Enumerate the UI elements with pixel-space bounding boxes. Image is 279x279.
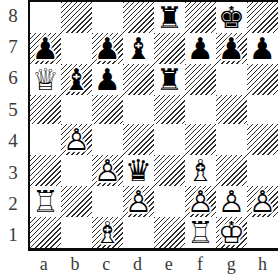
square-f7: ♟ (185, 33, 216, 64)
square-f5 (185, 95, 216, 124)
white-rook-f1: ♜♖ (185, 217, 216, 248)
square-e7 (154, 33, 185, 64)
chess-board: ♜♚♟♟♝♟♟♟♛♕♝♟♜♟♙♟♙♛♝♗♜♖♟♙♟♙♟♙♟♙♝♗♜♖♚♔ (28, 0, 278, 251)
square-f1: ♜♖ (185, 217, 216, 248)
square-d3: ♛ (123, 155, 154, 186)
square-f8 (185, 2, 216, 33)
square-b5 (61, 95, 92, 124)
black-pawn-h7: ♟ (247, 33, 278, 64)
square-g2: ♟♙ (216, 186, 247, 217)
square-e2 (154, 186, 185, 217)
white-pawn-f2: ♟♙ (185, 186, 216, 217)
piece-outline: ♔ (218, 217, 245, 248)
square-c5 (92, 95, 123, 124)
file-label-h: h (247, 251, 278, 278)
file-label-g: g (216, 251, 247, 278)
rank-label-8: 8 (0, 0, 26, 31)
square-b6: ♝ (61, 64, 92, 95)
black-bishop-b6: ♝ (61, 64, 92, 95)
square-d4 (123, 124, 154, 155)
square-b2 (61, 186, 92, 217)
piece-outline: ♕ (32, 64, 59, 95)
file-label-f: f (184, 251, 215, 278)
black-pawn-a7: ♟ (30, 33, 61, 64)
chess-diagram: 87654321 ♜♚♟♟♝♟♟♟♛♕♝♟♜♟♙♟♙♛♝♗♜♖♟♙♟♙♟♙♟♙♝… (0, 0, 279, 279)
square-h1 (247, 217, 278, 248)
square-e3 (154, 155, 185, 186)
square-d7: ♝ (123, 33, 154, 64)
square-h8 (247, 2, 278, 33)
square-a3 (30, 155, 61, 186)
piece-outline: ♙ (187, 186, 214, 217)
square-g1: ♚♔ (216, 217, 247, 248)
square-f6 (185, 64, 216, 95)
rank-label-5: 5 (0, 94, 26, 125)
square-c8 (92, 2, 123, 33)
file-label-c: c (91, 251, 122, 278)
black-pawn-c6: ♟ (92, 64, 123, 95)
white-queen-a6: ♛♕ (30, 64, 61, 95)
square-g3 (216, 155, 247, 186)
square-f2: ♟♙ (185, 186, 216, 217)
square-c4 (92, 124, 123, 155)
square-a7: ♟ (30, 33, 61, 64)
square-a6: ♛♕ (30, 64, 61, 95)
square-g5 (216, 95, 247, 124)
square-a8 (30, 2, 61, 33)
rank-label-3: 3 (0, 157, 26, 188)
black-queen-d3: ♛ (123, 155, 154, 186)
square-a5 (30, 95, 61, 124)
piece-outline: ♖ (32, 186, 59, 217)
white-bishop-c1: ♝♗ (92, 217, 123, 248)
rank-label-6: 6 (0, 63, 26, 94)
square-g6 (216, 64, 247, 95)
file-label-b: b (59, 251, 90, 278)
square-b4: ♟♙ (61, 124, 92, 155)
rank-label-7: 7 (0, 31, 26, 62)
square-c3: ♟♙ (92, 155, 123, 186)
black-rook-e8: ♜ (154, 2, 185, 33)
square-h6 (247, 64, 278, 95)
file-label-e: e (153, 251, 184, 278)
black-bishop-d7: ♝ (123, 33, 154, 64)
black-rook-e6: ♜ (154, 64, 185, 95)
white-pawn-g2: ♟♙ (216, 186, 247, 217)
square-e5 (154, 95, 185, 124)
file-label-a: a (28, 251, 59, 278)
file-labels: abcdefgh (28, 251, 278, 278)
square-d2: ♟♙ (123, 186, 154, 217)
white-pawn-b4: ♟♙ (61, 124, 92, 155)
square-d8 (123, 2, 154, 33)
piece-outline: ♙ (249, 186, 276, 217)
square-a2: ♜♖ (30, 186, 61, 217)
piece-outline: ♖ (187, 217, 214, 248)
square-e6: ♜ (154, 64, 185, 95)
square-h7: ♟ (247, 33, 278, 64)
square-f3: ♝♗ (185, 155, 216, 186)
square-e4 (154, 124, 185, 155)
square-c1: ♝♗ (92, 217, 123, 248)
square-e1 (154, 217, 185, 248)
square-g4 (216, 124, 247, 155)
black-pawn-f7: ♟ (185, 33, 216, 64)
piece-outline: ♙ (94, 155, 121, 186)
square-a4 (30, 124, 61, 155)
square-b8 (61, 2, 92, 33)
piece-outline: ♙ (63, 124, 90, 155)
white-rook-a2: ♜♖ (30, 186, 61, 217)
white-pawn-d2: ♟♙ (123, 186, 154, 217)
white-bishop-f3: ♝♗ (185, 155, 216, 186)
white-pawn-h2: ♟♙ (247, 186, 278, 217)
square-b7 (61, 33, 92, 64)
square-h4 (247, 124, 278, 155)
piece-outline: ♗ (187, 155, 214, 186)
black-king-g8: ♚ (216, 2, 247, 33)
rank-labels: 87654321 (0, 0, 26, 251)
file-label-d: d (122, 251, 153, 278)
rank-label-1: 1 (0, 220, 26, 251)
square-g7: ♟ (216, 33, 247, 64)
black-pawn-c7: ♟ (92, 33, 123, 64)
square-c7: ♟ (92, 33, 123, 64)
square-b1 (61, 217, 92, 248)
white-pawn-c3: ♟♙ (92, 155, 123, 186)
white-king-g1: ♚♔ (216, 217, 247, 248)
rank-label-2: 2 (0, 188, 26, 219)
square-c2 (92, 186, 123, 217)
square-d6 (123, 64, 154, 95)
piece-outline: ♙ (125, 186, 152, 217)
rank-label-4: 4 (0, 126, 26, 157)
square-c6: ♟ (92, 64, 123, 95)
square-h3 (247, 155, 278, 186)
square-b3 (61, 155, 92, 186)
black-pawn-g7: ♟ (216, 33, 247, 64)
square-e8: ♜ (154, 2, 185, 33)
square-h5 (247, 95, 278, 124)
square-a1 (30, 217, 61, 248)
square-d5 (123, 95, 154, 124)
square-g8: ♚ (216, 2, 247, 33)
square-h2: ♟♙ (247, 186, 278, 217)
piece-outline: ♙ (218, 186, 245, 217)
square-d1 (123, 217, 154, 248)
piece-outline: ♗ (94, 217, 121, 248)
square-f4 (185, 124, 216, 155)
